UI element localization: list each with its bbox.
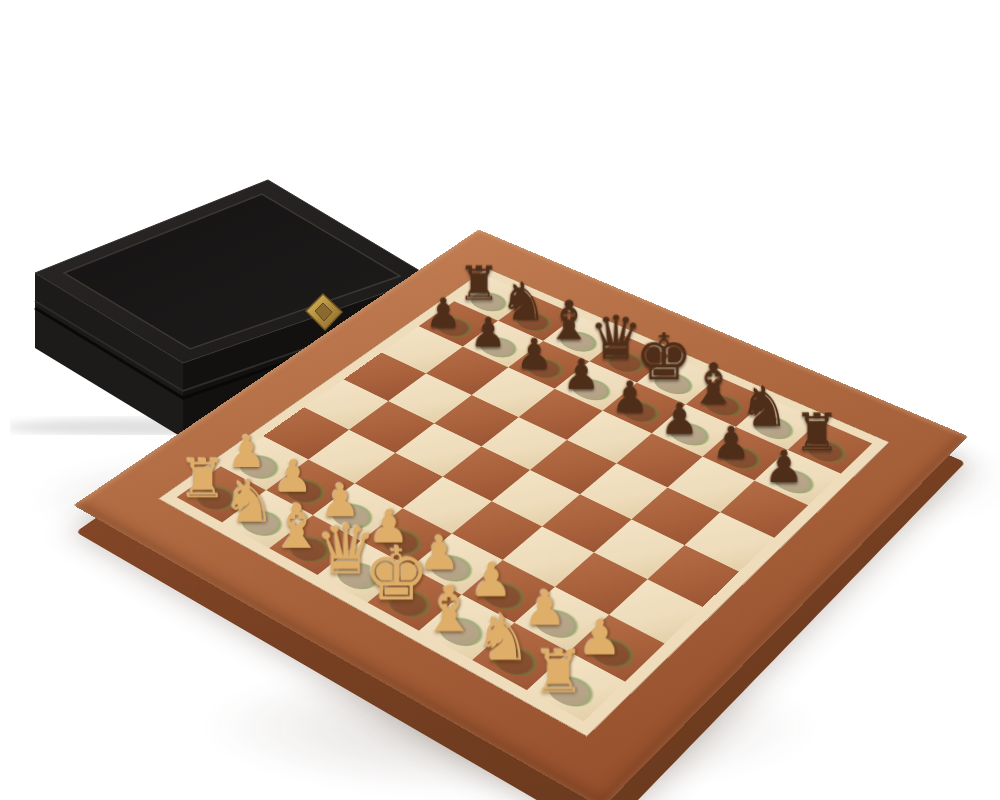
felt-base-shadow <box>539 669 603 713</box>
square-d1: ♛ <box>318 541 411 602</box>
felt-base-shadow <box>765 464 822 499</box>
felt-base-shadow <box>431 611 493 652</box>
felt-base-shadow <box>324 498 382 534</box>
product-photo-scene: ♜♞♝♛♚♝♞♜♟♟♟♟♟♟♟♟♟♟♟♟♟♟♟♟♜♞♝♛♚♝♞♜ <box>0 0 1000 800</box>
felt-base-shadow <box>662 417 717 450</box>
felt-base-shadow <box>713 440 769 474</box>
square-a1: ♜ <box>177 466 266 522</box>
white-rook-a1: ♜ <box>171 452 234 505</box>
square-h7: ♟ <box>755 450 841 505</box>
felt-base-shadow <box>746 411 801 444</box>
square-b1: ♞ <box>222 490 313 548</box>
felt-base-shadow <box>329 556 389 595</box>
felt-base-shadow <box>473 575 534 615</box>
felt-base-shadow <box>187 480 244 516</box>
square-h8: ♜ <box>788 421 873 474</box>
felt-base-shadow <box>484 639 547 682</box>
felt-base-shadow <box>526 603 588 644</box>
felt-base-shadow <box>379 583 440 623</box>
felt-base-shadow <box>280 530 339 568</box>
felt-base-shadow <box>233 505 291 542</box>
felt-base-shadow <box>422 549 482 588</box>
